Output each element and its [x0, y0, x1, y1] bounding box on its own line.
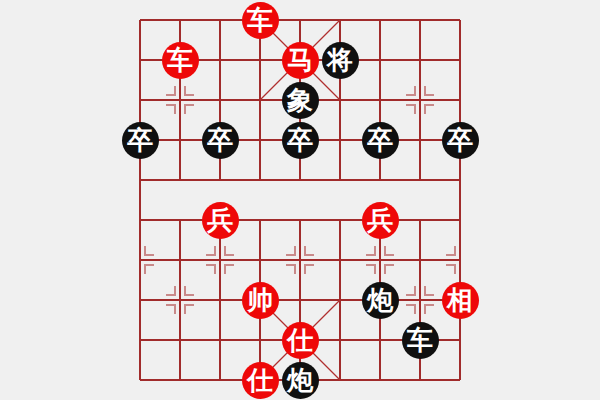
piece-black-soldier[interactable]: 卒	[362, 122, 399, 159]
piece-layer: 车车马将象卒卒卒卒卒兵兵帅炮相仕车仕炮	[120, 0, 480, 400]
piece-black-elephant[interactable]: 象	[282, 82, 319, 119]
piece-black-chariot[interactable]: 车	[402, 322, 439, 359]
piece-red-elephant[interactable]: 相	[442, 282, 479, 319]
piece-black-soldier[interactable]: 卒	[442, 122, 479, 159]
piece-red-soldier[interactable]: 兵	[202, 202, 239, 239]
piece-red-chariot[interactable]: 车	[162, 42, 199, 79]
piece-black-soldier[interactable]: 卒	[122, 122, 159, 159]
piece-black-general[interactable]: 将	[322, 42, 359, 79]
piece-black-soldier[interactable]: 卒	[282, 122, 319, 159]
piece-black-cannon[interactable]: 炮	[362, 282, 399, 319]
piece-red-advisor[interactable]: 仕	[242, 362, 279, 399]
piece-black-cannon[interactable]: 炮	[282, 362, 319, 399]
piece-red-chariot[interactable]: 车	[242, 2, 279, 39]
piece-red-general[interactable]: 帅	[242, 282, 279, 319]
piece-red-horse[interactable]: 马	[282, 42, 319, 79]
piece-red-advisor[interactable]: 仕	[282, 322, 319, 359]
xiangqi-board: 车车马将象卒卒卒卒卒兵兵帅炮相仕车仕炮	[0, 0, 600, 400]
piece-red-soldier[interactable]: 兵	[362, 202, 399, 239]
piece-black-soldier[interactable]: 卒	[202, 122, 239, 159]
